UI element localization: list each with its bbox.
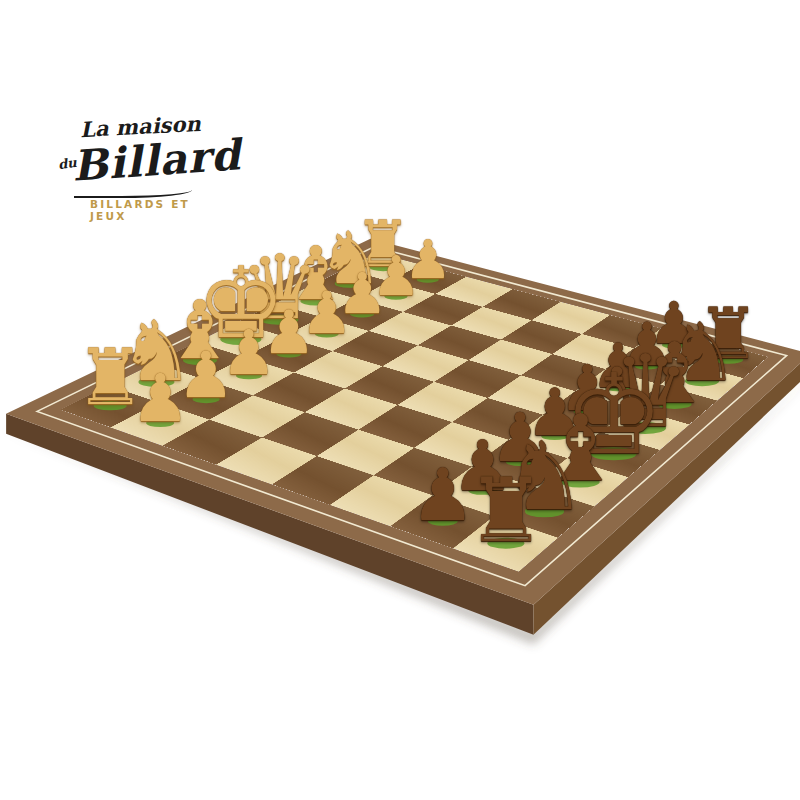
product-photo-scene: La maison du Billard BILLARDS ET JEUX ♜♟…	[0, 0, 800, 800]
